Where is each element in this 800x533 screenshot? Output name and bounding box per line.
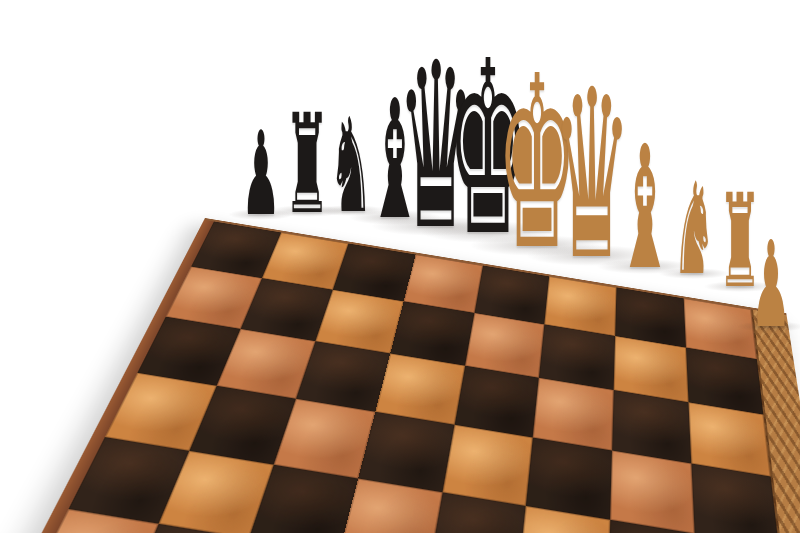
wood-knight[interactable]: ♞ (672, 166, 715, 293)
pieces-row: ♟♜♞♝♛♚♚♛♝♞♜♟ (0, 0, 800, 533)
wood-pawn[interactable]: ♟ (751, 226, 792, 345)
chess-set-photo: ♟♜♞♝♛♚♚♛♝♞♜♟ (0, 0, 800, 533)
wood-bishop[interactable]: ♝ (616, 123, 674, 293)
black-pawn[interactable]: ♟ (241, 116, 281, 232)
